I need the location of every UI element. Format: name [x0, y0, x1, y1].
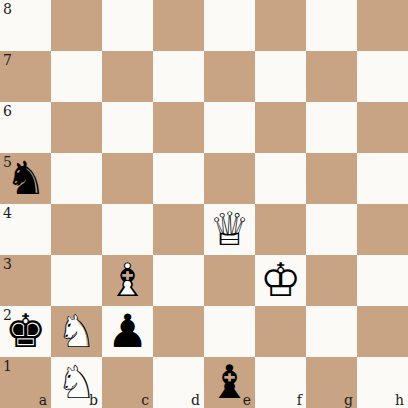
- square-a8[interactable]: 8: [0, 0, 51, 51]
- square-c8[interactable]: [102, 0, 153, 51]
- rank-label-7: 7: [3, 53, 12, 67]
- white-knight[interactable]: ♞♘: [51, 306, 102, 357]
- square-e7[interactable]: [204, 51, 255, 102]
- square-e3[interactable]: [204, 255, 255, 306]
- black-knight[interactable]: ♞: [0, 153, 51, 204]
- square-e4[interactable]: ♛♕: [204, 204, 255, 255]
- square-e1[interactable]: e♝: [204, 357, 255, 408]
- square-b7[interactable]: [51, 51, 102, 102]
- square-c1[interactable]: c: [102, 357, 153, 408]
- file-label-c: c: [141, 393, 149, 407]
- square-a7[interactable]: 7: [0, 51, 51, 102]
- square-c3[interactable]: ♝♗: [102, 255, 153, 306]
- square-a4[interactable]: 4: [0, 204, 51, 255]
- square-d3[interactable]: [153, 255, 204, 306]
- square-g8[interactable]: [306, 0, 357, 51]
- square-h6[interactable]: [357, 102, 408, 153]
- square-a3[interactable]: 3: [0, 255, 51, 306]
- square-e5[interactable]: [204, 153, 255, 204]
- file-label-a: a: [39, 393, 47, 407]
- square-f4[interactable]: [255, 204, 306, 255]
- square-d7[interactable]: [153, 51, 204, 102]
- square-d8[interactable]: [153, 0, 204, 51]
- square-h7[interactable]: [357, 51, 408, 102]
- white-king-icon: ♔: [255, 255, 306, 306]
- white-king[interactable]: ♚♔: [255, 255, 306, 306]
- square-b4[interactable]: [51, 204, 102, 255]
- square-c6[interactable]: [102, 102, 153, 153]
- square-b2[interactable]: ♞♘: [51, 306, 102, 357]
- white-bishop-icon: ♗: [102, 255, 153, 306]
- square-b3[interactable]: [51, 255, 102, 306]
- file-label-h: h: [395, 393, 404, 407]
- square-b8[interactable]: [51, 0, 102, 51]
- square-g6[interactable]: [306, 102, 357, 153]
- black-king-icon: ♚: [0, 306, 51, 357]
- square-b1[interactable]: b♞♘: [51, 357, 102, 408]
- square-g2[interactable]: [306, 306, 357, 357]
- square-h5[interactable]: [357, 153, 408, 204]
- square-a2[interactable]: 2♚: [0, 306, 51, 357]
- square-f3[interactable]: ♚♔: [255, 255, 306, 306]
- square-f6[interactable]: [255, 102, 306, 153]
- square-d1[interactable]: d: [153, 357, 204, 408]
- square-h8[interactable]: [357, 0, 408, 51]
- square-b5[interactable]: [51, 153, 102, 204]
- square-e6[interactable]: [204, 102, 255, 153]
- rank-label-8: 8: [3, 2, 12, 16]
- white-knight-icon: ♘: [51, 357, 102, 408]
- black-king[interactable]: ♚: [0, 306, 51, 357]
- rank-label-6: 6: [3, 104, 12, 118]
- black-bishop-icon: ♝: [204, 357, 255, 408]
- file-label-g: g: [344, 393, 353, 407]
- square-g4[interactable]: [306, 204, 357, 255]
- square-g1[interactable]: g: [306, 357, 357, 408]
- square-h3[interactable]: [357, 255, 408, 306]
- square-g7[interactable]: [306, 51, 357, 102]
- square-d6[interactable]: [153, 102, 204, 153]
- square-g3[interactable]: [306, 255, 357, 306]
- white-knight-icon: ♘: [51, 306, 102, 357]
- square-f5[interactable]: [255, 153, 306, 204]
- square-d4[interactable]: [153, 204, 204, 255]
- rank-label-1: 1: [3, 359, 12, 373]
- square-c2[interactable]: ♟: [102, 306, 153, 357]
- chess-board: 8765♞4♛♕3♝♗♚♔2♚♞♘♟1ab♞♘cde♝fgh: [0, 0, 408, 408]
- square-f1[interactable]: f: [255, 357, 306, 408]
- black-knight-icon: ♞: [0, 153, 51, 204]
- black-bishop[interactable]: ♝: [204, 357, 255, 408]
- square-e2[interactable]: [204, 306, 255, 357]
- square-d2[interactable]: [153, 306, 204, 357]
- square-a5[interactable]: 5♞: [0, 153, 51, 204]
- square-h4[interactable]: [357, 204, 408, 255]
- rank-label-3: 3: [3, 257, 12, 271]
- square-h1[interactable]: h: [357, 357, 408, 408]
- square-d5[interactable]: [153, 153, 204, 204]
- black-pawn-icon: ♟: [102, 306, 153, 357]
- square-c5[interactable]: [102, 153, 153, 204]
- square-h2[interactable]: [357, 306, 408, 357]
- square-f7[interactable]: [255, 51, 306, 102]
- white-queen-icon: ♕: [204, 204, 255, 255]
- square-f2[interactable]: [255, 306, 306, 357]
- file-label-d: d: [191, 393, 200, 407]
- file-label-f: f: [297, 393, 302, 407]
- square-c7[interactable]: [102, 51, 153, 102]
- square-a1[interactable]: 1a: [0, 357, 51, 408]
- black-pawn[interactable]: ♟: [102, 306, 153, 357]
- square-b6[interactable]: [51, 102, 102, 153]
- white-knight[interactable]: ♞♘: [51, 357, 102, 408]
- square-f8[interactable]: [255, 0, 306, 51]
- square-e8[interactable]: [204, 0, 255, 51]
- white-queen[interactable]: ♛♕: [204, 204, 255, 255]
- rank-label-4: 4: [3, 206, 12, 220]
- square-a6[interactable]: 6: [0, 102, 51, 153]
- white-bishop[interactable]: ♝♗: [102, 255, 153, 306]
- square-g5[interactable]: [306, 153, 357, 204]
- square-c4[interactable]: [102, 204, 153, 255]
